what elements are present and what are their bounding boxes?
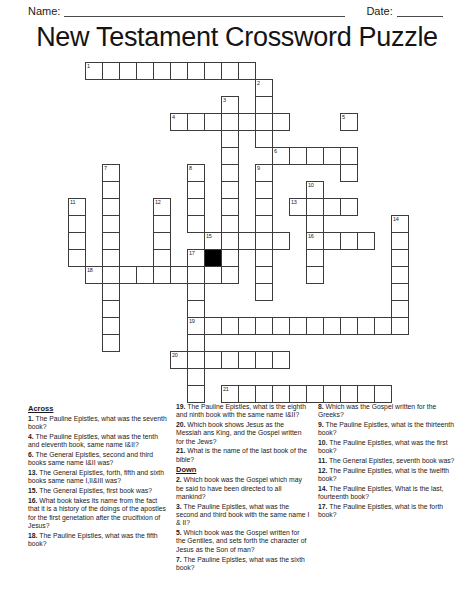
grid-cell[interactable] [68, 215, 86, 233]
grid-cell[interactable] [255, 249, 273, 267]
grid-cell[interactable] [289, 147, 307, 165]
grid-cell[interactable] [238, 62, 256, 80]
grid-cell[interactable]: 1 [85, 62, 103, 80]
clue-number: 9 [257, 165, 260, 171]
grid-cell[interactable] [153, 215, 171, 233]
clue-section: Across1. The Pauline Epistles, what was … [28, 403, 458, 574]
grid-cell[interactable] [255, 198, 273, 216]
grid-cell[interactable] [238, 317, 256, 335]
clues-header-across: Across [28, 404, 168, 413]
grid-cell[interactable] [255, 351, 273, 369]
grid-cell[interactable] [102, 300, 120, 318]
grid-cell[interactable]: 21 [221, 385, 239, 403]
clue-8: 8. Which was the Gospel written for the … [318, 403, 458, 420]
grid-cell[interactable]: 3 [221, 96, 239, 114]
grid-cell[interactable]: 7 [102, 164, 120, 182]
grid-cell[interactable] [102, 232, 120, 250]
grid-cell[interactable] [153, 249, 171, 267]
clue-7: 7. The Pauline Epistles, what was the si… [176, 556, 310, 573]
grid-cell[interactable] [204, 62, 222, 80]
grid-cell[interactable] [204, 266, 222, 284]
clue-number: 13 [291, 199, 297, 205]
clue-number: 1 [87, 63, 90, 69]
grid-cell[interactable] [255, 181, 273, 199]
grid-cell[interactable] [289, 317, 307, 335]
grid-cell[interactable] [102, 334, 120, 352]
clue-number: 4 [172, 114, 175, 120]
grid-cell[interactable] [340, 164, 358, 182]
grid-cell[interactable]: 13 [289, 198, 307, 216]
grid-cell[interactable] [238, 113, 256, 131]
grid-cell[interactable] [357, 232, 375, 250]
grid-cell[interactable] [102, 249, 120, 267]
grid-cell[interactable]: 12 [153, 198, 171, 216]
grid-cell[interactable] [187, 266, 205, 284]
clue-16: 16. What book takes its name from the fa… [28, 497, 168, 530]
clue-14: 14. The Pauline Epistles, What is the la… [318, 485, 458, 502]
grid-cell[interactable] [153, 266, 171, 284]
clue-column-2: 19. The Pauline Epistles, what is the ei… [176, 403, 310, 574]
clue-number: 11 [70, 199, 75, 205]
clue-number: 14 [393, 216, 399, 222]
grid-cell[interactable] [306, 385, 324, 403]
clue-18: 18. The Pauline Epistles, what was the f… [28, 532, 168, 549]
date-label: Date: [366, 5, 392, 17]
grid-cell[interactable] [187, 215, 205, 233]
clue-number: 6 [274, 148, 277, 154]
grid-cell[interactable] [255, 96, 273, 114]
grid-cell[interactable] [255, 113, 273, 131]
grid-cell[interactable] [136, 266, 154, 284]
grid-cell[interactable] [221, 215, 239, 233]
grid-cell[interactable]: 8 [187, 164, 205, 182]
grid-cell[interactable] [238, 385, 256, 403]
grid-cell[interactable] [340, 232, 358, 250]
grid-cell[interactable] [255, 130, 273, 148]
grid-cell[interactable] [272, 351, 290, 369]
grid-cell[interactable] [221, 181, 239, 199]
clue-number: 21 [223, 386, 229, 392]
grid-cell[interactable]: 18 [85, 266, 103, 284]
grid-cell[interactable]: 14 [391, 215, 409, 233]
clue-15: 15. The General Epistles, first book was… [28, 487, 168, 495]
clue-19: 19. The Pauline Epistles, what is the ei… [176, 403, 310, 420]
grid-cell[interactable] [187, 62, 205, 80]
grid-cell[interactable] [102, 62, 120, 80]
grid-cell[interactable] [272, 113, 290, 131]
grid-cell[interactable] [221, 351, 239, 369]
grid-cell[interactable] [306, 147, 324, 165]
grid-cell[interactable] [187, 113, 205, 131]
name-date-row: Name:Date: [28, 5, 462, 17]
grid-cell[interactable] [221, 266, 239, 284]
clues-header-down: Down [176, 465, 310, 474]
grid-cell[interactable] [391, 232, 409, 250]
grid-cell[interactable] [306, 317, 324, 335]
grid-cell[interactable]: 6 [272, 147, 290, 165]
clue-number: 8 [189, 165, 192, 171]
clue-number: 3 [223, 97, 226, 103]
grid-cell[interactable] [119, 62, 137, 80]
grid-cell[interactable] [153, 232, 171, 250]
grid-cell[interactable] [391, 266, 409, 284]
grid-cell[interactable] [255, 266, 273, 284]
grid-cell[interactable] [153, 62, 171, 80]
clue-12: 12. The Pauline Epistles, what is the tw… [318, 467, 458, 484]
grid-cell[interactable] [187, 334, 205, 352]
grid-cell[interactable] [340, 317, 358, 335]
grid-cell[interactable] [374, 385, 392, 403]
grid-cell[interactable]: 9 [255, 164, 273, 182]
grid-cell[interactable] [323, 198, 341, 216]
grid-cell[interactable] [187, 351, 205, 369]
grid-cell[interactable] [306, 215, 324, 233]
grid-cell[interactable] [323, 232, 341, 250]
clue-number: 15 [206, 233, 212, 239]
grid-cell[interactable] [306, 198, 324, 216]
grid-cell[interactable] [357, 317, 375, 335]
clue-17: 17. The Pauline Epistles, what is the fo… [318, 503, 458, 520]
grid-cell[interactable] [204, 113, 222, 131]
clue-2: 2. Which book was the Gospel which may b… [176, 476, 310, 501]
clue-3: 3. The Pauline Epistles, what was the se… [176, 503, 310, 528]
grid-cell[interactable] [255, 283, 273, 301]
grid-cell[interactable] [357, 385, 375, 403]
grid-cell[interactable] [221, 147, 239, 165]
grid-cell[interactable] [272, 385, 290, 403]
clue-number: 12 [155, 199, 161, 205]
clue-number: 18 [87, 267, 93, 273]
grid-cell[interactable] [221, 198, 239, 216]
clue-number: 19 [189, 318, 195, 324]
clue-20: 20. Which book shows Jesus as the Messia… [176, 421, 310, 446]
grid-cell[interactable]: 11 [68, 198, 86, 216]
grid-cell[interactable] [187, 283, 205, 301]
grid-cell[interactable] [323, 147, 341, 165]
name-input-line[interactable] [64, 5, 345, 17]
grid-cell[interactable] [323, 385, 341, 403]
clue-11: 11. The General Epistles, seventh book w… [318, 457, 458, 465]
clue-number: 20 [172, 352, 178, 358]
clue-1: 1. The Pauline Epistles, what was the se… [28, 415, 168, 432]
grid-cell[interactable] [238, 232, 256, 250]
clue-number: 17 [189, 250, 195, 256]
date-input-line[interactable] [397, 5, 443, 17]
grid-cell[interactable] [306, 266, 324, 284]
grid-cell[interactable] [289, 385, 307, 403]
clue-21: 21. What is the name of the last book of… [176, 447, 310, 464]
grid-cell[interactable] [340, 147, 358, 165]
black-cell [204, 249, 222, 267]
grid-cell[interactable] [391, 249, 409, 267]
clue-number: 7 [104, 165, 107, 171]
page-title: New Testament Crossword Puzzle [0, 22, 474, 53]
grid-cell[interactable]: 19 [187, 317, 205, 335]
grid-cell[interactable] [102, 181, 120, 199]
grid-cell[interactable] [391, 300, 409, 318]
grid-cell[interactable]: 2 [255, 79, 273, 97]
worksheet-page: { "game": "crossword", "header": { "name… [0, 0, 474, 613]
grid-cell[interactable]: 20 [170, 351, 188, 369]
grid-cell[interactable] [323, 317, 341, 335]
grid-cell[interactable] [102, 215, 120, 233]
clue-number: 10 [308, 182, 314, 188]
grid-cell[interactable] [68, 232, 86, 250]
grid-cell[interactable] [221, 164, 239, 182]
crossword-grid: 123456789101112131415161718192021 [68, 62, 410, 404]
grid-cell[interactable] [170, 266, 188, 284]
grid-cell[interactable]: 16 [306, 232, 324, 250]
name-label: Name: [28, 5, 60, 17]
grid-cell[interactable]: 15 [204, 232, 222, 250]
grid-cell[interactable] [272, 317, 290, 335]
clue-10: 10. The Pauline Epistles, what was the f… [318, 439, 458, 456]
grid-cell[interactable] [119, 266, 137, 284]
clue-9: 9. The Pauline Epistles, what is the thi… [318, 421, 458, 438]
grid-cell[interactable] [391, 283, 409, 301]
grid-cell[interactable] [187, 368, 205, 386]
grid-cell[interactable] [306, 249, 324, 267]
grid-cell[interactable] [255, 385, 273, 403]
clue-4: 4. The Pauline Epistles, what was the te… [28, 433, 168, 450]
clue-13: 13. The General Epistles, forth, fifth a… [28, 469, 168, 486]
grid-cell[interactable] [374, 317, 392, 335]
grid-cell[interactable] [187, 385, 205, 403]
grid-cell[interactable] [221, 130, 239, 148]
grid-cell[interactable] [340, 385, 358, 403]
grid-cell[interactable] [340, 198, 358, 216]
clue-5: 5. Which book was the Gospel written for… [176, 529, 310, 554]
grid-cell[interactable] [102, 266, 120, 284]
grid-cell[interactable] [187, 300, 205, 318]
grid-cell[interactable] [221, 113, 239, 131]
grid-cell[interactable] [221, 317, 239, 335]
grid-cell[interactable]: 17 [187, 249, 205, 267]
grid-cell[interactable] [187, 198, 205, 216]
grid-cell[interactable] [272, 232, 290, 250]
clue-number: 5 [342, 114, 345, 120]
grid-cell[interactable] [102, 283, 120, 301]
clue-number: 2 [257, 80, 260, 86]
grid-cell[interactable] [255, 232, 273, 250]
clue-column-1: Across1. The Pauline Epistles, what was … [28, 403, 168, 574]
grid-cell[interactable] [255, 317, 273, 335]
clue-number: 16 [308, 233, 314, 239]
grid-cell[interactable] [221, 62, 239, 80]
grid-cell[interactable] [391, 317, 409, 335]
grid-cell[interactable]: 5 [340, 113, 358, 131]
clue-column-3: 8. Which was the Gospel written for the … [318, 403, 458, 574]
grid-cell[interactable] [255, 215, 273, 233]
grid-cell[interactable] [68, 249, 86, 267]
grid-cell[interactable]: 4 [170, 113, 188, 131]
grid-cell[interactable] [187, 181, 205, 199]
grid-cell[interactable] [102, 198, 120, 216]
grid-cell[interactable]: 10 [306, 181, 324, 199]
grid-cell[interactable] [102, 317, 120, 335]
grid-cell[interactable] [238, 351, 256, 369]
grid-cell[interactable] [204, 351, 222, 369]
grid-cell[interactable] [170, 62, 188, 80]
clue-6: 6. The General Epistles, second and thir… [28, 451, 168, 468]
grid-cell[interactable] [221, 249, 239, 267]
grid-cell[interactable] [136, 62, 154, 80]
grid-cell[interactable] [221, 232, 239, 250]
grid-cell[interactable] [204, 317, 222, 335]
